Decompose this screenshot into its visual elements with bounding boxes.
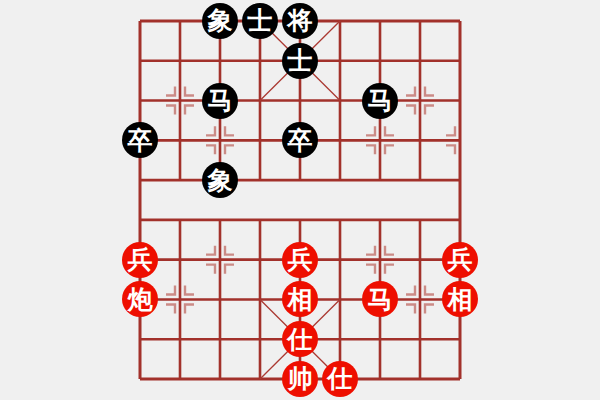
piece-red-soldier[interactable]: 兵 [282, 242, 318, 278]
piece-red-cannon[interactable]: 炮 [122, 281, 158, 317]
piece-red-horse[interactable]: 马 [362, 281, 398, 317]
piece-red-soldier[interactable]: 兵 [442, 242, 478, 278]
piece-black-advisor[interactable]: 士 [282, 43, 318, 79]
xiangqi-screen: 象士将士马马卒卒象兵兵兵炮相马相仕帅仕 [0, 0, 600, 400]
piece-black-elephant[interactable]: 象 [202, 3, 238, 39]
piece-black-horse[interactable]: 马 [362, 83, 398, 119]
piece-red-soldier[interactable]: 兵 [122, 242, 158, 278]
piece-black-advisor[interactable]: 士 [242, 3, 278, 39]
piece-black-horse[interactable]: 马 [202, 83, 238, 119]
piece-black-soldier[interactable]: 卒 [282, 122, 318, 158]
xiangqi-board-grid: 象士将士马马卒卒象兵兵兵炮相马相仕帅仕 [120, 1, 480, 399]
piece-red-general[interactable]: 帅 [282, 361, 318, 397]
piece-black-soldier[interactable]: 卒 [122, 122, 158, 158]
piece-black-elephant[interactable]: 象 [202, 162, 238, 198]
piece-red-elephant[interactable]: 相 [442, 281, 478, 317]
piece-red-advisor[interactable]: 仕 [282, 321, 318, 357]
piece-black-general[interactable]: 将 [282, 3, 318, 39]
piece-red-advisor[interactable]: 仕 [322, 361, 358, 397]
piece-red-elephant[interactable]: 相 [282, 281, 318, 317]
